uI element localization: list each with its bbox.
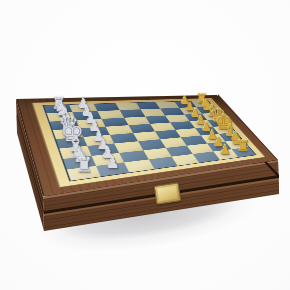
chess-set-photo: ♜♞♝♛♚♝♞♜♟♟♟♟♟♟♟♟♟♟♟♟♟♟♟♟♜♞♝♛♚♝♞♜	[0, 0, 290, 290]
chess-piece-black-pawn[interactable]: ♟	[220, 144, 231, 157]
chess-piece-white-rook[interactable]: ♜	[76, 156, 93, 175]
chess-piece-white-pawn[interactable]: ♟	[106, 156, 120, 171]
chess-piece-black-rook[interactable]: ♜	[236, 139, 249, 154]
brass-clasp	[154, 182, 182, 204]
